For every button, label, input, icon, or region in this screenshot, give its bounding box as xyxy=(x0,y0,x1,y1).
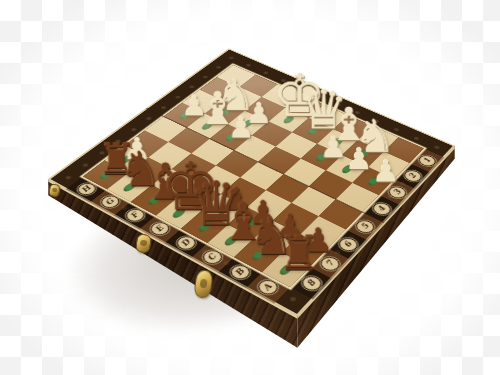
felt-pad xyxy=(223,132,238,142)
board-perspective-wrapper: HGFEDCBA 87654321 ♜♟♟♞♝♞♝♟♟♚♚♛♟♛♝♟♟♝♞♟♟♞… xyxy=(0,0,500,375)
felt-pad xyxy=(331,137,345,147)
felt-pad xyxy=(297,244,313,257)
felt-pad xyxy=(356,148,370,158)
chess-set-product-photo: HGFEDCBA 87654321 ♜♟♟♞♝♞♝♟♟♚♚♛♟♛♝♟♟♝♞♟♟♞… xyxy=(0,0,500,375)
felt-pad xyxy=(223,235,240,248)
rank-label-1: 1 xyxy=(416,153,439,168)
file-label-f: F xyxy=(122,207,148,224)
felt-pad xyxy=(241,118,256,128)
chess-board: HGFEDCBA 87654321 ♜♟♟♞♝♞♝♟♟♚♚♛♟♛♝♟♟♝♞♟♟♞… xyxy=(48,48,456,316)
felt-pad xyxy=(306,126,320,136)
felt-pad xyxy=(314,152,329,163)
felt-pad xyxy=(250,249,267,262)
felt-pad xyxy=(340,164,355,175)
felt-pad xyxy=(218,108,233,118)
felt-pad xyxy=(366,176,381,187)
file-label-h: H xyxy=(73,181,98,197)
felt-pad xyxy=(196,221,213,233)
felt-pad xyxy=(200,121,215,131)
felt-pad xyxy=(243,217,259,229)
squares-grid: ♜♟♟♞♝♞♝♟♟♚♚♛♟♛♝♟♟♝♞♟♟♞♜♟♟ xyxy=(83,65,424,287)
felt-pad xyxy=(278,263,295,277)
